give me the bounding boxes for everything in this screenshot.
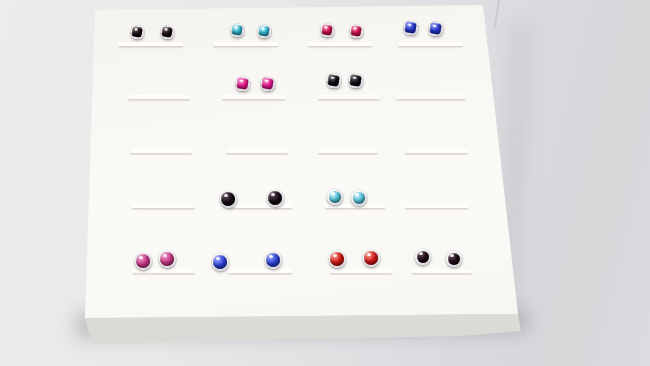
display-slit-r4-s4: [405, 205, 468, 208]
earring-stud-black-r1s1-2: [161, 26, 174, 39]
crimson-pink-gem: [321, 24, 333, 36]
display-slit-r1-s1: [118, 43, 183, 46]
red-gem: [364, 251, 378, 265]
display-slit-r2-s3: [318, 96, 380, 99]
earring-stud-black-r4s2-2: [267, 190, 284, 207]
earring-stud-royal-blue-r1s4-2: [429, 22, 443, 36]
earring-stud-rose-pink-r5s1-1: [135, 253, 152, 270]
display-slit-r5-s1: [133, 270, 195, 273]
black-gem: [161, 26, 173, 38]
earring-stud-aqua-blue-r1s2-1: [231, 24, 244, 37]
royal-blue-gem: [266, 253, 280, 267]
rose-pink-gem: [160, 252, 174, 266]
stray-fiber: [494, 0, 501, 29]
display-slit-r3-s4: [405, 150, 468, 153]
display-slit-r5-s2: [228, 270, 292, 273]
display-slit-r4-s2: [228, 205, 292, 208]
fuchsia-pink-gem: [237, 78, 250, 91]
earring-stud-red-r5s3-2: [363, 250, 380, 267]
earring-stud-red-r5s3-1: [329, 251, 346, 268]
red-gem: [330, 252, 344, 266]
earring-stud-aqua-blue-r4s3-1: [327, 189, 343, 205]
earring-stud-royal-blue-r1s4-1: [404, 21, 418, 35]
earring-stud-royal-blue-r5s2-1: [212, 254, 229, 271]
earring-stud-aqua-blue-r1s2-2: [258, 25, 271, 38]
earring-stud-rose-pink-r5s1-2: [159, 251, 176, 268]
earring-stud-black-r2s3-2: [349, 74, 363, 88]
aqua-blue-gem: [329, 191, 342, 204]
earring-stud-royal-blue-r5s2-2: [265, 252, 282, 269]
dark-plum-black-gem: [448, 253, 461, 266]
earring-stud-fuchsia-pink-r2s2-2: [261, 77, 275, 91]
display-slit-r1-s3: [308, 43, 372, 46]
black-gem: [221, 192, 235, 206]
jewelry-display-photo: [0, 0, 650, 366]
dark-plum-black-gem: [417, 251, 430, 264]
display-slit-r3-s3: [318, 150, 378, 153]
display-slit-r2-s2: [222, 96, 285, 99]
earring-stud-fuchsia-pink-r2s2-1: [236, 77, 250, 91]
royal-blue-gem: [213, 255, 227, 269]
earring-stud-dark-plum-black-r5s4-2: [446, 251, 462, 267]
black-gem: [268, 191, 282, 205]
display-slit-r3-s2: [226, 150, 288, 153]
earring-stud-crimson-pink-r1s3-2: [350, 25, 363, 38]
display-slit-r1-s4: [398, 43, 463, 46]
earring-stud-black-r2s3-1: [327, 74, 341, 88]
earring-stud-black-r4s2-1: [220, 191, 237, 208]
black-gem: [328, 75, 341, 88]
earring-stud-crimson-pink-r1s3-1: [321, 24, 334, 37]
fuchsia-pink-gem: [262, 78, 275, 91]
foam-display-board: [0, 0, 650, 366]
crimson-pink-gem: [350, 25, 362, 37]
royal-blue-gem: [430, 23, 443, 36]
display-slit-r4-s3: [325, 205, 385, 208]
aqua-blue-gem: [258, 25, 270, 37]
display-slit-r5-s4: [412, 270, 472, 273]
display-slit-r2-s4: [396, 96, 465, 99]
display-slit-r5-s3: [330, 270, 392, 273]
earring-stud-black-r1s1-1: [131, 26, 144, 39]
aqua-blue-gem: [231, 24, 243, 36]
display-slit-r3-s1: [130, 150, 192, 153]
earring-stud-dark-plum-black-r5s4-1: [415, 249, 431, 265]
black-gem: [350, 75, 363, 88]
royal-blue-gem: [405, 22, 418, 35]
earring-stud-aqua-blue-r4s3-2: [351, 190, 367, 206]
black-gem: [131, 26, 143, 38]
rose-pink-gem: [136, 254, 150, 268]
aqua-blue-gem: [353, 192, 366, 205]
display-slit-r1-s2: [213, 43, 278, 46]
display-slit-r4-s1: [132, 205, 195, 208]
display-slit-r2-s1: [128, 96, 190, 99]
